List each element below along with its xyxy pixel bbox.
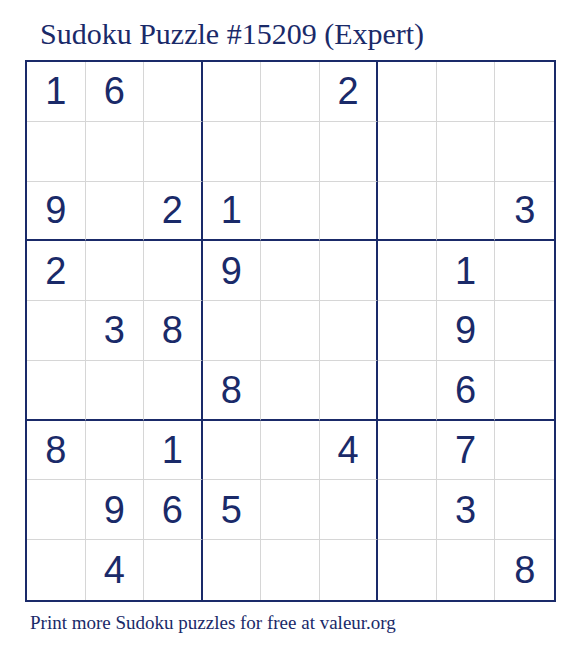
- sudoku-cell-r3c1[interactable]: 9: [27, 182, 86, 242]
- sudoku-cell-r5c1[interactable]: [27, 301, 86, 361]
- sudoku-cell-r9c7[interactable]: [378, 540, 437, 600]
- sudoku-cell-r8c9[interactable]: [495, 480, 554, 540]
- sudoku-cell-r1c2[interactable]: 6: [86, 62, 145, 122]
- sudoku-cell-r5c6[interactable]: [320, 301, 379, 361]
- sudoku-cell-r9c8[interactable]: [437, 540, 496, 600]
- sudoku-cell-r5c5[interactable]: [261, 301, 320, 361]
- sudoku-cell-r2c5[interactable]: [261, 122, 320, 182]
- sudoku-cell-r7c3[interactable]: 1: [144, 421, 203, 481]
- sudoku-cell-r5c2[interactable]: 3: [86, 301, 145, 361]
- sudoku-cell-r5c9[interactable]: [495, 301, 554, 361]
- sudoku-cell-r8c5[interactable]: [261, 480, 320, 540]
- sudoku-cell-r1c5[interactable]: [261, 62, 320, 122]
- sudoku-cell-r7c6[interactable]: 4: [320, 421, 379, 481]
- sudoku-cell-r4c6[interactable]: [320, 241, 379, 301]
- sudoku-cell-r6c2[interactable]: [86, 361, 145, 421]
- sudoku-cell-r4c5[interactable]: [261, 241, 320, 301]
- sudoku-cell-r6c1[interactable]: [27, 361, 86, 421]
- sudoku-cell-r3c7[interactable]: [378, 182, 437, 242]
- sudoku-cell-r8c3[interactable]: 6: [144, 480, 203, 540]
- sudoku-cell-r1c9[interactable]: [495, 62, 554, 122]
- sudoku-cell-r6c6[interactable]: [320, 361, 379, 421]
- sudoku-cell-r8c1[interactable]: [27, 480, 86, 540]
- sudoku-cell-r2c7[interactable]: [378, 122, 437, 182]
- sudoku-cell-r7c8[interactable]: 7: [437, 421, 496, 481]
- sudoku-cell-r5c4[interactable]: [203, 301, 262, 361]
- sudoku-cell-r9c4[interactable]: [203, 540, 262, 600]
- sudoku-cell-r2c8[interactable]: [437, 122, 496, 182]
- sudoku-cell-r5c7[interactable]: [378, 301, 437, 361]
- sudoku-cell-r7c5[interactable]: [261, 421, 320, 481]
- sudoku-cell-r3c6[interactable]: [320, 182, 379, 242]
- sudoku-cell-r8c6[interactable]: [320, 480, 379, 540]
- sudoku-cell-r9c6[interactable]: [320, 540, 379, 600]
- sudoku-cell-r2c9[interactable]: [495, 122, 554, 182]
- sudoku-cell-r7c9[interactable]: [495, 421, 554, 481]
- sudoku-cell-r3c2[interactable]: [86, 182, 145, 242]
- sudoku-cell-r2c4[interactable]: [203, 122, 262, 182]
- footer-text: Print more Sudoku puzzles for free at va…: [30, 611, 396, 635]
- sudoku-cell-r6c7[interactable]: [378, 361, 437, 421]
- sudoku-cell-r5c3[interactable]: 8: [144, 301, 203, 361]
- sudoku-cell-r1c4[interactable]: [203, 62, 262, 122]
- sudoku-cell-r2c3[interactable]: [144, 122, 203, 182]
- sudoku-cell-r1c8[interactable]: [437, 62, 496, 122]
- sudoku-cell-r8c8[interactable]: 3: [437, 480, 496, 540]
- sudoku-cell-r9c9[interactable]: 8: [495, 540, 554, 600]
- sudoku-cell-r7c7[interactable]: [378, 421, 437, 481]
- sudoku-cell-r8c4[interactable]: 5: [203, 480, 262, 540]
- sudoku-cell-r2c6[interactable]: [320, 122, 379, 182]
- sudoku-cell-r1c3[interactable]: [144, 62, 203, 122]
- sudoku-cell-r3c8[interactable]: [437, 182, 496, 242]
- page-title: Sudoku Puzzle #15209 (Expert): [40, 16, 424, 52]
- sudoku-cell-r7c4[interactable]: [203, 421, 262, 481]
- sudoku-cell-r3c5[interactable]: [261, 182, 320, 242]
- sudoku-cell-r9c2[interactable]: 4: [86, 540, 145, 600]
- sudoku-cell-r4c4[interactable]: 9: [203, 241, 262, 301]
- sudoku-cell-r4c2[interactable]: [86, 241, 145, 301]
- sudoku-cell-r2c2[interactable]: [86, 122, 145, 182]
- sudoku-cell-r8c2[interactable]: 9: [86, 480, 145, 540]
- sudoku-cell-r6c3[interactable]: [144, 361, 203, 421]
- sudoku-cell-r4c3[interactable]: [144, 241, 203, 301]
- sudoku-board: 1629213291389868147965348: [25, 60, 556, 602]
- sudoku-cell-r3c4[interactable]: 1: [203, 182, 262, 242]
- sudoku-cell-r4c1[interactable]: 2: [27, 241, 86, 301]
- sudoku-cell-r8c7[interactable]: [378, 480, 437, 540]
- sudoku-cell-r3c3[interactable]: 2: [144, 182, 203, 242]
- sudoku-cell-r9c5[interactable]: [261, 540, 320, 600]
- sudoku-cell-r9c3[interactable]: [144, 540, 203, 600]
- sudoku-cell-r5c8[interactable]: 9: [437, 301, 496, 361]
- sudoku-cell-r6c4[interactable]: 8: [203, 361, 262, 421]
- sudoku-page: Sudoku Puzzle #15209 (Expert) 1629213291…: [0, 0, 580, 651]
- sudoku-cell-r1c1[interactable]: 1: [27, 62, 86, 122]
- sudoku-cell-r1c7[interactable]: [378, 62, 437, 122]
- sudoku-cell-r4c8[interactable]: 1: [437, 241, 496, 301]
- sudoku-cell-r4c7[interactable]: [378, 241, 437, 301]
- sudoku-cell-r6c8[interactable]: 6: [437, 361, 496, 421]
- sudoku-cell-r2c1[interactable]: [27, 122, 86, 182]
- sudoku-cell-r4c9[interactable]: [495, 241, 554, 301]
- sudoku-cell-r9c1[interactable]: [27, 540, 86, 600]
- sudoku-cell-r7c1[interactable]: 8: [27, 421, 86, 481]
- sudoku-cell-r7c2[interactable]: [86, 421, 145, 481]
- sudoku-cell-r6c5[interactable]: [261, 361, 320, 421]
- sudoku-cell-r6c9[interactable]: [495, 361, 554, 421]
- sudoku-cell-r3c9[interactable]: 3: [495, 182, 554, 242]
- sudoku-cell-r1c6[interactable]: 2: [320, 62, 379, 122]
